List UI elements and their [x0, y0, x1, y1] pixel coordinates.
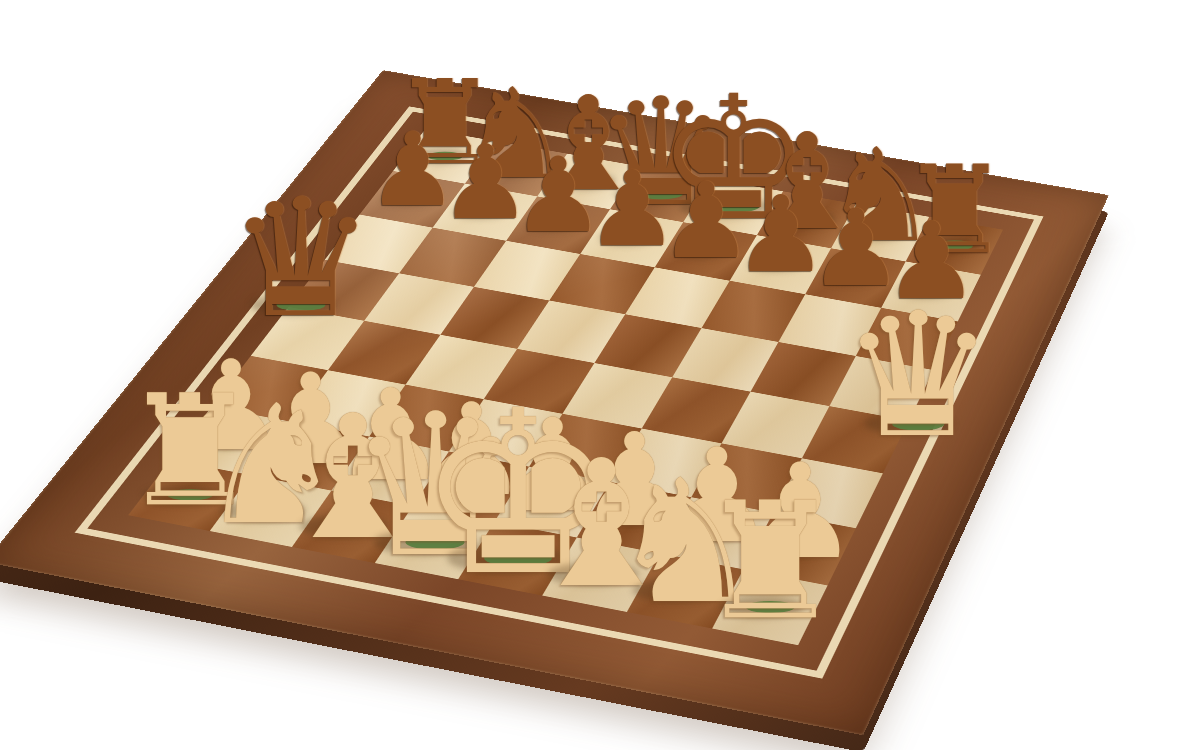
- pieces-layer: ♜♞♝♛♚♝♞♜♟♟♟♟♟♟♟♟♛♛♟♟♟♟♟♟♟♟♜♞♝♛♚♝♞♜: [0, 0, 1200, 750]
- chess-set-photo-scene: ♜♞♝♛♚♝♞♜♟♟♟♟♟♟♟♟♛♛♟♟♟♟♟♟♟♟♜♞♝♛♚♝♞♜: [0, 0, 1200, 750]
- queen-glyph: ♛: [841, 290, 995, 462]
- queen-glyph: ♛: [228, 177, 375, 341]
- rook-glyph: ♜: [698, 481, 843, 642]
